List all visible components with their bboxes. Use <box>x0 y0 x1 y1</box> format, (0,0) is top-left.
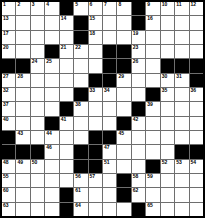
black-cell-r7c6 <box>74 88 87 101</box>
white-cell-r7c13[interactable] <box>175 88 188 101</box>
clue-number: 50 <box>32 160 38 165</box>
white-cell-r3c10[interactable]: 19 <box>132 31 145 44</box>
white-cell-r12c3[interactable]: 50 <box>31 160 44 173</box>
black-cell-r6c7 <box>89 74 102 87</box>
clue-number: 31 <box>176 74 182 79</box>
clue-number: 9 <box>147 2 150 7</box>
white-cell-r8c14[interactable] <box>190 102 203 115</box>
black-cell-r5c8 <box>103 59 116 72</box>
clue-number: 5 <box>75 2 78 7</box>
clue-number: 57 <box>90 174 96 179</box>
black-cell-r1c5 <box>60 2 73 15</box>
white-cell-r10c12[interactable] <box>161 131 174 144</box>
white-cell-r3c2[interactable] <box>16 31 29 44</box>
black-cell-r11c6 <box>74 145 87 158</box>
white-cell-r10c14[interactable] <box>190 131 203 144</box>
clue-number: 40 <box>3 117 9 122</box>
black-cell-r2c10 <box>132 16 145 29</box>
clue-number: 27 <box>3 74 9 79</box>
clue-number: 34 <box>104 88 110 93</box>
black-cell-r11c7 <box>89 145 102 158</box>
black-cell-r5c12 <box>161 59 174 72</box>
black-cell-r15c5 <box>60 203 73 216</box>
clue-number: 24 <box>32 59 38 64</box>
white-cell-r10c4[interactable]: 44 <box>45 131 58 144</box>
white-cell-r5c7[interactable] <box>89 59 102 72</box>
white-cell-r4c1[interactable]: 20 <box>2 45 15 58</box>
white-cell-r9c3[interactable] <box>31 117 44 130</box>
white-cell-r12c4[interactable] <box>45 160 58 173</box>
white-cell-r7c14[interactable]: 36 <box>190 88 203 101</box>
clue-number: 8 <box>118 2 121 7</box>
white-cell-r15c3[interactable] <box>31 203 44 216</box>
black-cell-r12c11 <box>146 160 159 173</box>
white-cell-r4c14[interactable] <box>190 45 203 58</box>
white-cell-r9c10[interactable]: 42 <box>132 117 145 130</box>
clue-number: 43 <box>17 131 23 136</box>
white-cell-r6c2[interactable]: 28 <box>16 74 29 87</box>
white-cell-r15c7[interactable] <box>89 203 102 216</box>
white-cell-r13c7[interactable]: 57 <box>89 174 102 187</box>
white-cell-r7c3[interactable] <box>31 88 44 101</box>
black-cell-r2c6 <box>74 16 87 29</box>
white-cell-r10c3[interactable] <box>31 131 44 144</box>
white-cell-r8c3[interactable] <box>31 102 44 115</box>
white-cell-r14c7[interactable] <box>89 188 102 201</box>
clue-number: 62 <box>133 188 139 193</box>
white-cell-r5c11[interactable] <box>146 59 159 72</box>
white-cell-r6c3[interactable] <box>31 74 44 87</box>
white-cell-r8c6[interactable]: 38 <box>74 102 87 115</box>
clue-number: 49 <box>17 160 23 165</box>
white-cell-r2c13[interactable] <box>175 16 188 29</box>
white-cell-r13c10[interactable]: 58 <box>132 174 145 187</box>
white-cell-r8c4[interactable] <box>45 102 58 115</box>
clue-number: 41 <box>61 117 67 122</box>
white-cell-r7c12[interactable]: 35 <box>161 88 174 101</box>
crossword-page: 1234567891011121314151617181920212223242… <box>0 0 205 218</box>
clue-number: 23 <box>133 45 139 50</box>
white-cell-r3c8[interactable] <box>103 31 116 44</box>
white-cell-r2c9[interactable] <box>117 16 130 29</box>
black-cell-r9c4 <box>45 117 58 130</box>
clue-number: 17 <box>3 31 9 36</box>
white-cell-r6c11[interactable] <box>146 74 159 87</box>
black-cell-r3c6 <box>74 31 87 44</box>
white-cell-r15c2[interactable] <box>16 203 29 216</box>
clue-number: 28 <box>17 74 23 79</box>
white-cell-r14c3[interactable] <box>31 188 44 201</box>
white-cell-r3c5[interactable] <box>60 31 73 44</box>
black-cell-r5c1 <box>2 59 15 72</box>
white-cell-r1c9[interactable]: 8 <box>117 2 130 15</box>
white-cell-r9c5[interactable]: 41 <box>60 117 73 130</box>
white-cell-r7c7[interactable]: 33 <box>89 88 102 101</box>
white-cell-r7c8[interactable]: 34 <box>103 88 116 101</box>
clue-number: 15 <box>90 16 96 21</box>
clue-number: 54 <box>191 160 197 165</box>
white-cell-r12c12[interactable]: 52 <box>161 160 174 173</box>
clue-number: 51 <box>104 160 110 165</box>
clue-number: 11 <box>176 2 181 7</box>
white-cell-r3c13[interactable] <box>175 31 188 44</box>
white-cell-r14c1[interactable]: 60 <box>2 188 15 201</box>
clue-number: 10 <box>162 2 168 7</box>
white-cell-r4c10[interactable]: 23 <box>132 45 145 58</box>
white-cell-r11c5[interactable] <box>60 145 73 158</box>
white-cell-r2c2[interactable] <box>16 16 29 29</box>
clue-number: 12 <box>191 2 197 7</box>
white-cell-r9c1[interactable]: 40 <box>2 117 15 130</box>
clue-number: 58 <box>133 174 139 179</box>
white-cell-r4c11[interactable] <box>146 45 159 58</box>
black-cell-r7c11 <box>146 88 159 101</box>
white-cell-r13c2[interactable] <box>16 174 29 187</box>
white-cell-r12c9[interactable] <box>117 160 130 173</box>
white-cell-r3c7[interactable]: 18 <box>89 31 102 44</box>
white-cell-r3c12[interactable] <box>161 31 174 44</box>
white-cell-r5c3[interactable]: 24 <box>31 59 44 72</box>
clue-number: 25 <box>46 59 52 64</box>
clue-number: 36 <box>191 88 197 93</box>
clue-number: 2 <box>17 2 20 7</box>
clue-number: 60 <box>3 188 9 193</box>
white-cell-r13c4[interactable] <box>45 174 58 187</box>
crossword-grid: 1234567891011121314151617181920212223242… <box>0 0 205 218</box>
white-cell-r9c11[interactable] <box>146 117 159 130</box>
white-cell-r8c11[interactable]: 39 <box>146 102 159 115</box>
white-cell-r12c14[interactable]: 54 <box>190 160 203 173</box>
clue-number: 21 <box>61 45 67 50</box>
white-cell-r2c11[interactable]: 16 <box>146 16 159 29</box>
black-cell-r14c9 <box>117 188 130 201</box>
white-cell-r10c6[interactable] <box>74 131 87 144</box>
white-cell-r3c11[interactable] <box>146 31 159 44</box>
white-cell-r1c2[interactable]: 2 <box>16 2 29 15</box>
black-cell-r1c10 <box>132 2 145 15</box>
black-cell-r9c9 <box>117 117 130 130</box>
white-cell-r2c5[interactable]: 14 <box>60 16 73 29</box>
white-cell-r4c13[interactable] <box>175 45 188 58</box>
white-cell-r8c9[interactable] <box>117 102 130 115</box>
white-cell-r3c14[interactable] <box>190 31 203 44</box>
white-cell-r5c6[interactable] <box>74 59 87 72</box>
clue-number: 4 <box>46 2 49 7</box>
clue-number: 13 <box>3 16 9 21</box>
white-cell-r12c10[interactable] <box>132 160 145 173</box>
black-cell-r4c4 <box>45 45 58 58</box>
white-cell-r8c2[interactable] <box>16 102 29 115</box>
black-cell-r5c2 <box>16 59 29 72</box>
white-cell-r14c8[interactable] <box>103 188 116 201</box>
white-cell-r4c3[interactable] <box>31 45 44 58</box>
white-cell-r9c8[interactable] <box>103 117 116 130</box>
clue-number: 45 <box>118 131 124 136</box>
white-cell-r2c3[interactable] <box>31 16 44 29</box>
white-cell-r14c12[interactable] <box>161 188 174 201</box>
white-cell-r14c2[interactable] <box>16 188 29 201</box>
clue-number: 16 <box>147 16 153 21</box>
white-cell-r15c11[interactable]: 65 <box>146 203 159 216</box>
white-cell-r14c4[interactable] <box>45 188 58 201</box>
white-cell-r15c13[interactable] <box>175 203 188 216</box>
black-cell-r6c14 <box>190 74 203 87</box>
clue-number: 56 <box>75 174 81 179</box>
white-cell-r2c8[interactable] <box>103 16 116 29</box>
clue-number: 65 <box>147 203 153 208</box>
white-cell-r1c11[interactable]: 9 <box>146 2 159 15</box>
white-cell-r8c12[interactable] <box>161 102 174 115</box>
white-cell-r9c14[interactable] <box>190 117 203 130</box>
white-cell-r4c7[interactable] <box>89 45 102 58</box>
clue-number: 55 <box>3 174 9 179</box>
black-cell-r11c2 <box>16 145 29 158</box>
white-cell-r1c7[interactable]: 6 <box>89 2 102 15</box>
black-cell-r8c10 <box>132 102 145 115</box>
white-cell-r8c13[interactable] <box>175 102 188 115</box>
clue-number: 35 <box>162 88 168 93</box>
white-cell-r7c1[interactable]: 32 <box>2 88 15 101</box>
white-cell-r3c9[interactable] <box>117 31 130 44</box>
white-cell-r13c3[interactable] <box>31 174 44 187</box>
clue-number: 19 <box>133 31 139 36</box>
white-cell-r11c10[interactable] <box>132 145 145 158</box>
clue-number: 38 <box>75 102 81 107</box>
clue-number: 39 <box>147 102 153 107</box>
black-cell-r6c8 <box>103 74 116 87</box>
clue-number: 46 <box>46 145 52 150</box>
white-cell-r15c9[interactable] <box>117 203 130 216</box>
white-cell-r3c4[interactable] <box>45 31 58 44</box>
white-cell-r1c14[interactable]: 12 <box>190 2 203 15</box>
black-cell-r5c14 <box>190 59 203 72</box>
white-cell-r3c3[interactable] <box>31 31 44 44</box>
white-cell-r14c10[interactable]: 62 <box>132 188 145 201</box>
black-cell-r11c3 <box>31 145 44 158</box>
clue-number: 61 <box>75 188 81 193</box>
clue-number: 7 <box>104 2 107 7</box>
white-cell-r6c5[interactable] <box>60 74 73 87</box>
white-cell-r1c8[interactable]: 7 <box>103 2 116 15</box>
white-cell-r4c5[interactable]: 21 <box>60 45 73 58</box>
white-cell-r8c7[interactable] <box>89 102 102 115</box>
black-cell-r13c9 <box>117 174 130 187</box>
black-cell-r14c5 <box>60 188 73 201</box>
white-cell-r14c6[interactable]: 61 <box>74 188 87 201</box>
white-cell-r5c4[interactable]: 25 <box>45 59 58 72</box>
white-cell-r10c13[interactable] <box>175 131 188 144</box>
white-cell-r14c14[interactable] <box>190 188 203 201</box>
white-cell-r12c8[interactable]: 51 <box>103 160 116 173</box>
white-cell-r9c13[interactable] <box>175 117 188 130</box>
black-cell-r15c10 <box>132 203 145 216</box>
clue-number: 33 <box>90 88 96 93</box>
white-cell-r11c9[interactable] <box>117 145 130 158</box>
clue-number: 22 <box>75 45 81 50</box>
clue-number: 1 <box>3 2 6 7</box>
clue-number: 42 <box>133 117 139 122</box>
white-cell-r1c4[interactable]: 4 <box>45 2 58 15</box>
white-cell-r2c14[interactable] <box>190 16 203 29</box>
clue-number: 63 <box>3 203 9 208</box>
white-cell-r13c8[interactable] <box>103 174 116 187</box>
white-cell-r9c6[interactable] <box>74 117 87 130</box>
black-cell-r8c5 <box>60 102 73 115</box>
white-cell-r9c12[interactable] <box>161 117 174 130</box>
white-cell-r2c1[interactable]: 13 <box>2 16 15 29</box>
clue-number: 32 <box>3 88 9 93</box>
white-cell-r14c13[interactable] <box>175 188 188 201</box>
clue-number: 53 <box>176 160 182 165</box>
white-cell-r5c10[interactable]: 26 <box>132 59 145 72</box>
white-cell-r6c13[interactable]: 31 <box>175 74 188 87</box>
clue-number: 37 <box>3 102 9 107</box>
clue-number: 18 <box>90 31 96 36</box>
white-cell-r4c6[interactable]: 22 <box>74 45 87 58</box>
white-cell-r10c9[interactable]: 45 <box>117 131 130 144</box>
white-cell-r10c11[interactable] <box>146 131 159 144</box>
white-cell-r9c2[interactable] <box>16 117 29 130</box>
clue-number: 59 <box>147 174 153 179</box>
clue-number: 52 <box>162 160 168 165</box>
white-cell-r1c3[interactable]: 3 <box>31 2 44 15</box>
white-cell-r1c1[interactable]: 1 <box>2 2 15 15</box>
white-cell-r10c5[interactable] <box>60 131 73 144</box>
white-cell-r11c11[interactable] <box>146 145 159 158</box>
white-cell-r4c2[interactable] <box>16 45 29 58</box>
white-cell-r5c5[interactable] <box>60 59 73 72</box>
white-cell-r13c13[interactable] <box>175 174 188 187</box>
white-cell-r7c4[interactable] <box>45 88 58 101</box>
white-cell-r11c4[interactable]: 46 <box>45 145 58 158</box>
clue-number: 6 <box>90 2 93 7</box>
white-cell-r1c13[interactable]: 11 <box>175 2 188 15</box>
white-cell-r6c4[interactable] <box>45 74 58 87</box>
white-cell-r13c14[interactable] <box>190 174 203 187</box>
clue-number: 14 <box>61 16 67 21</box>
black-cell-r12c6 <box>74 160 87 173</box>
black-cell-r10c8 <box>103 131 116 144</box>
white-cell-r6c10[interactable] <box>132 74 145 87</box>
clue-number: 47 <box>104 145 110 150</box>
white-cell-r8c1[interactable]: 37 <box>2 102 15 115</box>
white-cell-r2c7[interactable]: 15 <box>89 16 102 29</box>
white-cell-r2c12[interactable] <box>161 16 174 29</box>
black-cell-r11c1 <box>2 145 15 158</box>
clue-number: 48 <box>3 160 9 165</box>
clue-number: 26 <box>133 59 139 64</box>
white-cell-r12c1[interactable]: 48 <box>2 160 15 173</box>
white-cell-r13c11[interactable]: 59 <box>146 174 159 187</box>
black-cell-r11c13 <box>175 145 188 158</box>
black-cell-r10c1 <box>2 131 15 144</box>
white-cell-r3c1[interactable]: 17 <box>2 31 15 44</box>
black-cell-r5c9 <box>117 59 130 72</box>
white-cell-r10c10[interactable] <box>132 131 145 144</box>
clue-number: 44 <box>46 131 52 136</box>
black-cell-r10c7 <box>89 131 102 144</box>
white-cell-r6c9[interactable]: 29 <box>117 74 130 87</box>
white-cell-r11c12[interactable] <box>161 145 174 158</box>
black-cell-r4c9 <box>117 45 130 58</box>
clue-number: 20 <box>3 45 9 50</box>
white-cell-r13c6[interactable]: 56 <box>74 174 87 187</box>
white-cell-r13c1[interactable]: 55 <box>2 174 15 187</box>
white-cell-r7c5[interactable] <box>60 88 73 101</box>
clue-number: 3 <box>32 2 35 7</box>
black-cell-r11c14 <box>190 145 203 158</box>
white-cell-r1c6[interactable]: 5 <box>74 2 87 15</box>
white-cell-r1c12[interactable]: 10 <box>161 2 174 15</box>
white-cell-r7c9[interactable] <box>117 88 130 101</box>
clue-number: 29 <box>118 74 124 79</box>
black-cell-r5c13 <box>175 59 188 72</box>
white-cell-r2c4[interactable] <box>45 16 58 29</box>
white-cell-r13c5[interactable] <box>60 174 73 187</box>
white-cell-r13c12[interactable] <box>161 174 174 187</box>
white-cell-r15c14[interactable] <box>190 203 203 216</box>
white-cell-r9c7[interactable] <box>89 117 102 130</box>
white-cell-r4c12[interactable] <box>161 45 174 58</box>
white-cell-r7c2[interactable] <box>16 88 29 101</box>
black-cell-r4c8 <box>103 45 116 58</box>
white-cell-r6c1[interactable]: 27 <box>2 74 15 87</box>
black-cell-r12c7 <box>89 160 102 173</box>
white-cell-r15c1[interactable]: 63 <box>2 203 15 216</box>
white-cell-r6c6[interactable] <box>74 74 87 87</box>
white-cell-r12c2[interactable]: 49 <box>16 160 29 173</box>
white-cell-r15c12[interactable] <box>161 203 174 216</box>
white-cell-r10c2[interactable]: 43 <box>16 131 29 144</box>
clue-number: 30 <box>162 74 168 79</box>
white-cell-r12c13[interactable]: 53 <box>175 160 188 173</box>
white-cell-r14c11[interactable] <box>146 188 159 201</box>
white-cell-r6c12[interactable]: 30 <box>161 74 174 87</box>
white-cell-r15c4[interactable] <box>45 203 58 216</box>
white-cell-r12c5[interactable] <box>60 160 73 173</box>
white-cell-r15c8[interactable] <box>103 203 116 216</box>
white-cell-r8c8[interactable] <box>103 102 116 115</box>
white-cell-r15c6[interactable]: 64 <box>74 203 87 216</box>
white-cell-r7c10[interactable] <box>132 88 145 101</box>
white-cell-r11c8[interactable]: 47 <box>103 145 116 158</box>
clue-number: 64 <box>75 203 81 208</box>
